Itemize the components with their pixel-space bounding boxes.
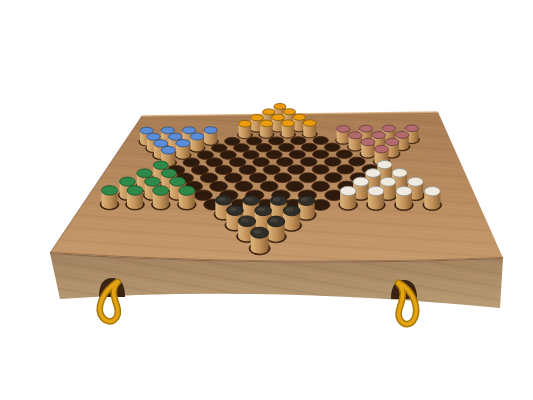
peg-blue-r6c3[interactable] — [190, 133, 203, 152]
hole-r9c5[interactable] — [263, 165, 280, 174]
hole-r10c6[interactable] — [274, 173, 291, 183]
hole-r6c6[interactable] — [256, 144, 272, 152]
hole-r7c6[interactable] — [266, 150, 282, 159]
peg-blue-r5c4[interactable] — [204, 127, 217, 145]
hole-r9c6[interactable] — [288, 165, 305, 174]
peg-green-r13c1[interactable] — [102, 186, 118, 209]
hole-r11c5[interactable] — [235, 181, 253, 191]
hole-r9c4[interactable] — [239, 165, 256, 174]
hole-r8c7[interactable] — [300, 157, 317, 166]
peg-blue-r7c2[interactable] — [176, 140, 190, 159]
hole-r5c8[interactable] — [291, 137, 306, 145]
peg-green-r13c4[interactable] — [179, 186, 195, 209]
hole-r9c8[interactable] — [337, 165, 354, 174]
hole-r5c9[interactable] — [313, 137, 328, 145]
hole-r12c4[interactable] — [194, 190, 212, 201]
peg-black-r14c4[interactable] — [298, 196, 314, 220]
hole-r6c9[interactable] — [324, 143, 340, 151]
board-scene — [0, 0, 533, 400]
hole-r7c8[interactable] — [313, 150, 329, 159]
hole-r10c5[interactable] — [249, 173, 266, 183]
peg-white-r13c11[interactable] — [368, 186, 384, 209]
peg-white-r13c13[interactable] — [424, 187, 440, 210]
peg-orange-r4c2[interactable] — [260, 120, 273, 138]
peg-pink-r7c10[interactable] — [361, 138, 375, 157]
hole-r11c4[interactable] — [210, 181, 228, 191]
hole-r7c9[interactable] — [336, 150, 352, 159]
peg-orange-r4c1[interactable] — [239, 120, 252, 138]
hole-r11c8[interactable] — [312, 181, 330, 191]
hole-r11c7[interactable] — [286, 181, 304, 191]
peg-orange-r4c3[interactable] — [282, 120, 295, 138]
peg-white-r13c10[interactable] — [340, 186, 356, 209]
peg-orange-r4c4[interactable] — [303, 120, 316, 138]
hole-r10c7[interactable] — [299, 173, 316, 183]
hole-r8c5[interactable] — [253, 158, 270, 167]
hole-r6c7[interactable] — [279, 143, 295, 151]
hole-r6c8[interactable] — [301, 143, 317, 151]
peg-black-r16c2[interactable] — [267, 216, 284, 242]
peg-black-r15c3[interactable] — [283, 206, 300, 231]
peg-green-r13c3[interactable] — [153, 186, 169, 209]
hole-r8c9[interactable] — [349, 157, 366, 166]
peg-green-r13c2[interactable] — [127, 186, 143, 209]
hole-r7c7[interactable] — [289, 150, 305, 159]
peg-pink-r6c10[interactable] — [349, 132, 362, 151]
hole-r7c5[interactable] — [243, 151, 259, 160]
hole-r8c8[interactable] — [324, 157, 341, 166]
hole-r10c8[interactable] — [325, 173, 342, 183]
hole-r8c6[interactable] — [277, 157, 294, 166]
hole-r5c7[interactable] — [269, 137, 284, 145]
peg-black-r17c1[interactable] — [251, 227, 269, 254]
hole-r9c7[interactable] — [312, 165, 329, 174]
chinese-checkers-board-photo — [0, 0, 533, 400]
peg-pink-r5c10[interactable] — [337, 125, 350, 143]
hole-r10c4[interactable] — [225, 173, 242, 183]
hole-r11c6[interactable] — [260, 181, 278, 191]
peg-white-r13c12[interactable] — [396, 186, 412, 209]
